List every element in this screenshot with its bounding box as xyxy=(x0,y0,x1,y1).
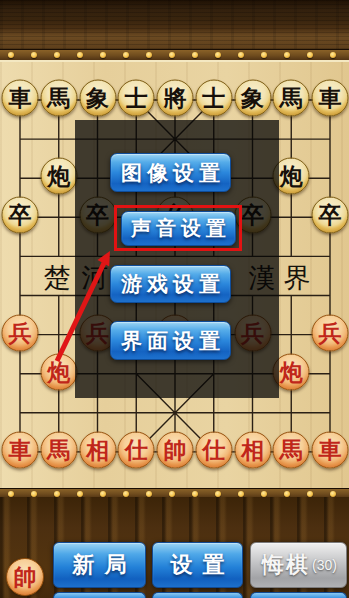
piece-black-車[interactable]: 車 xyxy=(2,80,39,117)
piece-label: 卒 xyxy=(9,204,32,227)
piece-label: 兵 xyxy=(9,321,32,344)
stud-dot xyxy=(261,52,267,58)
undo-count: (30) xyxy=(312,557,337,573)
piece-label: 將 xyxy=(164,87,187,110)
xiangqi-app-screen: 楚 河 漢 界 車馬象士將士象馬車炮炮卒卒卒卒卒兵兵兵兵兵炮炮車馬相仕帥仕相馬車… xyxy=(0,0,349,598)
piece-black-士[interactable]: 士 xyxy=(118,80,155,117)
partial-button-2[interactable] xyxy=(152,592,243,598)
menu-button-game-settings[interactable]: 游戏设置 xyxy=(110,265,231,303)
piece-black-將[interactable]: 將 xyxy=(157,80,194,117)
piece-black-象[interactable]: 象 xyxy=(79,80,116,117)
piece-red-相[interactable]: 相 xyxy=(79,431,116,468)
piece-red-馬[interactable]: 馬 xyxy=(40,431,77,468)
piece-label: 炮 xyxy=(280,165,303,188)
stud-dot xyxy=(307,52,313,58)
stud-dot xyxy=(284,52,290,58)
turn-indicator-label: 帥 xyxy=(14,566,37,589)
river-label-chu: 楚 xyxy=(44,265,71,292)
new-game-button[interactable]: 新局 xyxy=(53,542,146,588)
stud-dot xyxy=(123,52,129,58)
piece-label: 士 xyxy=(125,87,148,110)
piece-red-兵[interactable]: 兵 xyxy=(312,314,349,351)
settings-button[interactable]: 设置 xyxy=(152,542,243,588)
undo-button-label: 悔棋 xyxy=(262,550,310,580)
piece-red-相[interactable]: 相 xyxy=(234,431,271,468)
piece-label: 車 xyxy=(319,438,342,461)
piece-black-卒[interactable]: 卒 xyxy=(312,197,349,234)
stud-dot xyxy=(100,52,106,58)
piece-label: 車 xyxy=(9,87,32,110)
piece-red-仕[interactable]: 仕 xyxy=(195,431,232,468)
piece-black-士[interactable]: 士 xyxy=(195,80,232,117)
stud-dot xyxy=(192,52,198,58)
piece-black-馬[interactable]: 馬 xyxy=(273,80,310,117)
piece-red-帥[interactable]: 帥 xyxy=(157,431,194,468)
piece-label: 車 xyxy=(9,438,32,461)
piece-label: 馬 xyxy=(280,87,303,110)
piece-label: 馬 xyxy=(47,87,70,110)
piece-black-卒[interactable]: 卒 xyxy=(2,197,39,234)
piece-black-馬[interactable]: 馬 xyxy=(40,80,77,117)
stud-dot xyxy=(215,52,221,58)
piece-label: 仕 xyxy=(125,438,148,461)
piece-black-炮[interactable]: 炮 xyxy=(40,158,77,195)
partial-button-1[interactable] xyxy=(53,592,146,598)
river-label-jie: 界 xyxy=(284,265,311,292)
piece-label: 炮 xyxy=(47,165,70,188)
piece-label: 仕 xyxy=(202,438,225,461)
piece-label: 車 xyxy=(319,87,342,110)
stud-dot xyxy=(238,52,244,58)
stud-strip-top xyxy=(0,49,349,60)
stud-dot xyxy=(31,52,37,58)
stud-dot xyxy=(77,52,83,58)
menu-button-sound-settings[interactable]: 声音设置 xyxy=(121,211,236,246)
stud-dot xyxy=(330,52,336,58)
piece-label: 象 xyxy=(241,87,264,110)
piece-label: 炮 xyxy=(280,360,303,383)
piece-red-車[interactable]: 車 xyxy=(312,431,349,468)
stud-dot xyxy=(54,52,60,58)
piece-label: 馬 xyxy=(47,438,70,461)
piece-label: 相 xyxy=(86,438,109,461)
menu-button-interface-settings[interactable]: 界面设置 xyxy=(110,321,231,360)
piece-red-車[interactable]: 車 xyxy=(2,431,39,468)
piece-label: 卒 xyxy=(319,204,342,227)
piece-black-象[interactable]: 象 xyxy=(234,80,271,117)
piece-label: 帥 xyxy=(164,438,187,461)
piece-red-炮[interactable]: 炮 xyxy=(40,353,77,390)
stud-dot xyxy=(146,52,152,58)
menu-button-image-settings[interactable]: 图像设置 xyxy=(110,153,231,192)
partial-button-3[interactable] xyxy=(250,592,347,598)
piece-label: 馬 xyxy=(280,438,303,461)
piece-label: 象 xyxy=(86,87,109,110)
stud-dot xyxy=(169,52,175,58)
piece-red-仕[interactable]: 仕 xyxy=(118,431,155,468)
piece-label: 兵 xyxy=(319,321,342,344)
undo-button[interactable]: 悔棋 (30) xyxy=(250,542,347,588)
piece-red-兵[interactable]: 兵 xyxy=(2,314,39,351)
piece-red-馬[interactable]: 馬 xyxy=(273,431,310,468)
piece-black-車[interactable]: 車 xyxy=(312,80,349,117)
piece-label: 士 xyxy=(202,87,225,110)
turn-indicator-badge: 帥 xyxy=(6,558,44,596)
piece-label: 炮 xyxy=(47,360,70,383)
stud-dot xyxy=(8,52,14,58)
wood-header xyxy=(0,0,349,49)
piece-label: 相 xyxy=(241,438,264,461)
